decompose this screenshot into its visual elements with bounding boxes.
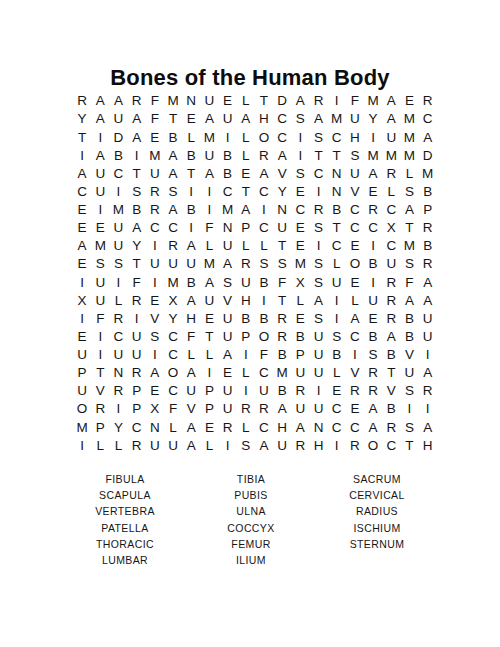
word-list-item: PUBIS: [188, 487, 314, 503]
word-list-item: CERVICAL: [314, 487, 440, 503]
grid-cell-r11c19: F: [400, 273, 418, 291]
grid-cell-r12c13: L: [291, 291, 309, 309]
grid-cell-r6c2: U: [91, 183, 109, 201]
grid-cell-r5c7: T: [182, 165, 200, 183]
grid-cell-r13c8: E: [200, 310, 218, 328]
grid-cell-r19c3: Y: [109, 418, 127, 436]
grid-cell-r18c20: I: [419, 400, 437, 418]
grid-cell-r8c10: P: [237, 219, 255, 237]
grid-cell-r1c19: E: [400, 92, 418, 110]
grid-cell-r4c12: A: [273, 146, 291, 164]
grid-cell-r13c15: I: [328, 310, 346, 328]
grid-cell-r20c19: T: [400, 436, 418, 454]
grid-cell-r20c10: S: [237, 436, 255, 454]
grid-cell-r7c19: A: [400, 201, 418, 219]
grid-cell-r11c16: E: [346, 273, 364, 291]
grid-cell-r17c8: P: [200, 382, 218, 400]
grid-cell-r1c14: R: [309, 92, 327, 110]
grid-cell-r13c17: E: [364, 310, 382, 328]
grid-cell-r10c10: R: [237, 255, 255, 273]
grid-cell-r15c20: I: [419, 346, 437, 364]
grid-cell-r17c18: V: [382, 382, 400, 400]
grid-cell-r9c20: B: [419, 237, 437, 255]
grid-cell-r20c9: I: [219, 436, 237, 454]
grid-cell-r12c2: U: [91, 291, 109, 309]
grid-cell-r9c9: U: [219, 237, 237, 255]
grid-cell-r16c19: U: [400, 364, 418, 382]
grid-cell-r11c2: U: [91, 273, 109, 291]
word-list-item: SACRUM: [314, 471, 440, 487]
grid-cell-r7c12: N: [273, 201, 291, 219]
grid-cell-r7c10: A: [237, 201, 255, 219]
grid-cell-r6c7: I: [182, 183, 200, 201]
grid-cell-r2c13: S: [291, 110, 309, 128]
grid-cell-r1c20: R: [419, 92, 437, 110]
grid-cell-r14c13: B: [291, 328, 309, 346]
grid-cell-r14c5: S: [146, 328, 164, 346]
grid-cell-r20c12: U: [273, 436, 291, 454]
grid-cell-r5c2: U: [91, 165, 109, 183]
grid-cell-r1c11: T: [255, 92, 273, 110]
grid-cell-r3c17: I: [364, 128, 382, 146]
grid-cell-r11c9: S: [219, 273, 237, 291]
grid-cell-r5c14: C: [309, 165, 327, 183]
grid-cell-r13c18: R: [382, 310, 400, 328]
grid-cell-r2c19: M: [400, 110, 418, 128]
grid-cell-r17c17: R: [364, 382, 382, 400]
grid-cell-r6c1: C: [73, 183, 91, 201]
grid-cell-r19c12: H: [273, 418, 291, 436]
grid-cell-r14c20: U: [419, 328, 437, 346]
word-list-item: SCAPULA: [62, 487, 188, 503]
grid-cell-r6c5: R: [146, 183, 164, 201]
grid-cell-r18c18: B: [382, 400, 400, 418]
grid-cell-r3c5: E: [146, 128, 164, 146]
grid-cell-r20c20: H: [419, 436, 437, 454]
grid-cell-r9c12: T: [273, 237, 291, 255]
grid-cell-r14c15: S: [328, 328, 346, 346]
grid-cell-r5c10: E: [237, 165, 255, 183]
grid-cell-r8c1: E: [73, 219, 91, 237]
grid-cell-r11c12: F: [273, 273, 291, 291]
grid-cell-r6c11: C: [255, 183, 273, 201]
grid-cell-r14c12: R: [273, 328, 291, 346]
grid-cell-r3c2: I: [91, 128, 109, 146]
grid-cell-r2c18: A: [382, 110, 400, 128]
grid-cell-r6c9: C: [219, 183, 237, 201]
grid-cell-r15c19: V: [400, 346, 418, 364]
grid-cell-r6c3: I: [109, 183, 127, 201]
grid-cell-r3c11: O: [255, 128, 273, 146]
grid-cell-r2c7: E: [182, 110, 200, 128]
grid-cell-r5c17: A: [364, 165, 382, 183]
grid-cell-r18c17: A: [364, 400, 382, 418]
grid-cell-r6c18: L: [382, 183, 400, 201]
grid-cell-r5c18: R: [382, 165, 400, 183]
grid-cell-r5c6: A: [164, 165, 182, 183]
grid-cell-r15c11: F: [255, 346, 273, 364]
grid-cell-r6c17: E: [364, 183, 382, 201]
grid-cell-r8c20: R: [419, 219, 437, 237]
grid-cell-r1c17: M: [364, 92, 382, 110]
grid-cell-r4c14: T: [309, 146, 327, 164]
grid-cell-r3c4: A: [128, 128, 146, 146]
word-list-item: ILIUM: [188, 552, 314, 568]
grid-cell-r11c11: B: [255, 273, 273, 291]
grid-cell-r19c18: R: [382, 418, 400, 436]
grid-cell-r11c1: I: [73, 273, 91, 291]
grid-cell-r5c8: A: [200, 165, 218, 183]
grid-cell-r3c7: L: [182, 128, 200, 146]
grid-cell-r14c3: C: [109, 328, 127, 346]
grid-cell-r17c19: S: [400, 382, 418, 400]
word-list-column-3: SACRUMCERVICALRADIUSISCHIUMSTERNUM: [314, 471, 440, 568]
grid-cell-r10c9: A: [219, 255, 237, 273]
grid-cell-r2c20: C: [419, 110, 437, 128]
grid-cell-r19c6: L: [164, 418, 182, 436]
grid-cell-r17c16: R: [346, 382, 364, 400]
grid-cell-r8c17: C: [364, 219, 382, 237]
grid-cell-r4c18: M: [382, 146, 400, 164]
grid-cell-r20c18: C: [382, 436, 400, 454]
grid-cell-r12c4: R: [128, 291, 146, 309]
grid-cell-r8c4: A: [128, 219, 146, 237]
grid-cell-r2c15: M: [328, 110, 346, 128]
grid-cell-r17c3: R: [109, 382, 127, 400]
grid-cell-r2c8: A: [200, 110, 218, 128]
grid-cell-r3c6: B: [164, 128, 182, 146]
grid-cell-r20c15: I: [328, 436, 346, 454]
grid-cell-r6c6: S: [164, 183, 182, 201]
grid-cell-r8c5: C: [146, 219, 164, 237]
grid-cell-r16c15: L: [328, 364, 346, 382]
grid-cell-r8c18: X: [382, 219, 400, 237]
grid-cell-r8c2: E: [91, 219, 109, 237]
grid-cell-r19c2: P: [91, 418, 109, 436]
grid-cell-r1c15: I: [328, 92, 346, 110]
grid-cell-r4c1: I: [73, 146, 91, 164]
grid-cell-r19c10: L: [237, 418, 255, 436]
grid-cell-r20c16: R: [346, 436, 364, 454]
grid-cell-r11c20: A: [419, 273, 437, 291]
grid-cell-r2c4: A: [128, 110, 146, 128]
grid-cell-r17c7: U: [182, 382, 200, 400]
grid-cell-r15c4: U: [128, 346, 146, 364]
grid-cell-r7c11: I: [255, 201, 273, 219]
word-list-item: ULNA: [188, 503, 314, 519]
grid-cell-r15c18: B: [382, 346, 400, 364]
grid-cell-r7c15: B: [328, 201, 346, 219]
grid-cell-r13c4: I: [128, 310, 146, 328]
grid-cell-r19c8: E: [200, 418, 218, 436]
grid-cell-r18c9: U: [219, 400, 237, 418]
grid-cell-r2c14: A: [309, 110, 327, 128]
grid-cell-r15c16: I: [346, 346, 364, 364]
grid-cell-r4c9: B: [219, 146, 237, 164]
grid-cell-r2c12: C: [273, 110, 291, 128]
grid-cell-r16c17: R: [364, 364, 382, 382]
grid-cell-r16c2: T: [91, 364, 109, 382]
grid-cell-r11c4: F: [128, 273, 146, 291]
grid-cell-r3c20: A: [419, 128, 437, 146]
grid-cell-r16c14: U: [309, 364, 327, 382]
grid-cell-r1c13: A: [291, 92, 309, 110]
grid-cell-r2c11: H: [255, 110, 273, 128]
grid-cell-r11c3: I: [109, 273, 127, 291]
grid-cell-r3c9: I: [219, 128, 237, 146]
word-list-item: FEMUR: [188, 536, 314, 552]
grid-cell-r13c20: U: [419, 310, 437, 328]
grid-cell-r19c15: C: [328, 418, 346, 436]
grid-cell-r14c7: F: [182, 328, 200, 346]
grid-cell-r13c10: B: [237, 310, 255, 328]
word-list-column-1: FIBULASCAPULAVERTEBRAPATELLATHORACICLUMB…: [62, 471, 188, 568]
grid-cell-r16c9: E: [219, 364, 237, 382]
grid-cell-r18c2: R: [91, 400, 109, 418]
grid-cell-r5c16: U: [346, 165, 364, 183]
grid-cell-r9c4: Y: [128, 237, 146, 255]
grid-cell-r10c8: M: [200, 255, 218, 273]
grid-cell-r19c19: S: [400, 418, 418, 436]
grid-cell-r12c16: L: [346, 291, 364, 309]
grid-cell-r14c19: B: [400, 328, 418, 346]
grid-cell-r13c2: F: [91, 310, 109, 328]
grid-cell-r1c12: D: [273, 92, 291, 110]
grid-cell-r14c17: B: [364, 328, 382, 346]
grid-cell-r16c3: N: [109, 364, 127, 382]
grid-cell-r10c11: S: [255, 255, 273, 273]
grid-cell-r18c3: I: [109, 400, 127, 418]
grid-cell-r16c20: A: [419, 364, 437, 382]
grid-cell-r19c16: C: [346, 418, 364, 436]
grid-cell-r6c14: I: [309, 183, 327, 201]
grid-cell-r18c13: U: [291, 400, 309, 418]
grid-cell-r7c17: R: [364, 201, 382, 219]
grid-cell-r4c2: A: [91, 146, 109, 164]
grid-cell-r16c13: U: [291, 364, 309, 382]
grid-cell-r20c3: L: [109, 436, 127, 454]
grid-cell-r8c3: U: [109, 219, 127, 237]
grid-cell-r4c6: A: [164, 146, 182, 164]
grid-cell-r9c15: C: [328, 237, 346, 255]
grid-cell-r15c10: I: [237, 346, 255, 364]
grid-cell-r7c9: M: [219, 201, 237, 219]
grid-cell-r15c12: B: [273, 346, 291, 364]
grid-cell-r11c5: I: [146, 273, 164, 291]
grid-cell-r12c14: A: [309, 291, 327, 309]
grid-cell-r17c9: U: [219, 382, 237, 400]
grid-cell-r5c3: C: [109, 165, 127, 183]
grid-cell-r2c2: A: [91, 110, 109, 128]
grid-cell-r12c5: E: [146, 291, 164, 309]
grid-cell-r8c7: I: [182, 219, 200, 237]
grid-cell-r10c17: B: [364, 255, 382, 273]
grid-cell-r9c1: A: [73, 237, 91, 255]
grid-cell-r10c20: R: [419, 255, 437, 273]
grid-cell-r5c19: L: [400, 165, 418, 183]
grid-cell-r9c19: M: [400, 237, 418, 255]
word-list-item: LUMBAR: [62, 552, 188, 568]
grid-cell-r15c6: C: [164, 346, 182, 364]
grid-cell-r15c17: S: [364, 346, 382, 364]
grid-cell-r12c17: U: [364, 291, 382, 309]
grid-cell-r7c20: P: [419, 201, 437, 219]
grid-cell-r16c7: A: [182, 364, 200, 382]
grid-cell-r9c17: I: [364, 237, 382, 255]
grid-cell-r17c10: I: [237, 382, 255, 400]
grid-cell-r2c10: A: [237, 110, 255, 128]
grid-cell-r6c16: V: [346, 183, 364, 201]
grid-cell-r17c6: C: [164, 382, 182, 400]
grid-cell-r10c3: S: [109, 255, 127, 273]
grid-cell-r10c19: S: [400, 255, 418, 273]
grid-cell-r12c7: A: [182, 291, 200, 309]
grid-cell-r9c10: L: [237, 237, 255, 255]
grid-cell-r19c5: N: [146, 418, 164, 436]
grid-cell-r10c6: U: [164, 255, 182, 273]
grid-cell-r7c3: M: [109, 201, 127, 219]
grid-cell-r16c4: R: [128, 364, 146, 382]
grid-cell-r20c14: H: [309, 436, 327, 454]
grid-cell-r14c9: U: [219, 328, 237, 346]
grid-cell-r11c15: U: [328, 273, 346, 291]
grid-cell-r4c11: R: [255, 146, 273, 164]
grid-cell-r13c3: R: [109, 310, 127, 328]
grid-cell-r10c7: U: [182, 255, 200, 273]
grid-cell-r2c6: T: [164, 110, 182, 128]
grid-cell-r18c12: A: [273, 400, 291, 418]
grid-cell-r11c8: A: [200, 273, 218, 291]
grid-cell-r8c19: T: [400, 219, 418, 237]
grid-cell-r14c10: P: [237, 328, 255, 346]
grid-cell-r10c13: M: [291, 255, 309, 273]
grid-cell-r14c18: A: [382, 328, 400, 346]
grid-cell-r20c2: L: [91, 436, 109, 454]
puzzle-title: Bones of the Human Body: [0, 65, 500, 91]
grid-cell-r12c9: V: [219, 291, 237, 309]
grid-cell-r16c18: T: [382, 364, 400, 382]
grid-cell-r12c6: X: [164, 291, 182, 309]
grid-cell-r18c4: P: [128, 400, 146, 418]
grid-cell-r3c15: C: [328, 128, 346, 146]
grid-cell-r15c1: U: [73, 346, 91, 364]
grid-cell-r2c16: U: [346, 110, 364, 128]
grid-cell-r11c18: R: [382, 273, 400, 291]
word-list-item: PATELLA: [62, 520, 188, 536]
grid-cell-r9c5: I: [146, 237, 164, 255]
grid-cell-r15c9: A: [219, 346, 237, 364]
grid-cell-r7c8: I: [200, 201, 218, 219]
grid-cell-r6c8: I: [200, 183, 218, 201]
grid-cell-r10c2: S: [91, 255, 109, 273]
grid-cell-r19c20: A: [419, 418, 437, 436]
wordsearch-grid: RAARFMNUELTDARIFMAERYAUAFTEAUAHCSAMUYAMC…: [73, 92, 437, 455]
grid-cell-r3c13: I: [291, 128, 309, 146]
grid-cell-r12c20: A: [419, 291, 437, 309]
grid-cell-r3c8: M: [200, 128, 218, 146]
grid-cell-r8c9: N: [219, 219, 237, 237]
grid-cell-r1c8: U: [200, 92, 218, 110]
grid-cell-r1c3: A: [109, 92, 127, 110]
word-list-item: THORACIC: [62, 536, 188, 552]
grid-cell-r18c8: P: [200, 400, 218, 418]
grid-cell-r13c19: B: [400, 310, 418, 328]
grid-cell-r18c19: I: [400, 400, 418, 418]
grid-cell-r1c18: A: [382, 92, 400, 110]
grid-cell-r14c16: C: [346, 328, 364, 346]
grid-cell-r4c20: D: [419, 146, 437, 164]
grid-cell-r4c16: S: [346, 146, 364, 164]
grid-cell-r9c16: E: [346, 237, 364, 255]
grid-cell-r19c7: A: [182, 418, 200, 436]
grid-cell-r5c13: S: [291, 165, 309, 183]
grid-cell-r3c19: M: [400, 128, 418, 146]
grid-cell-r20c4: R: [128, 436, 146, 454]
grid-cell-r4c4: I: [128, 146, 146, 164]
grid-cell-r8c13: E: [291, 219, 309, 237]
grid-cell-r12c8: U: [200, 291, 218, 309]
word-list: FIBULASCAPULAVERTEBRAPATELLATHORACICLUMB…: [62, 471, 440, 568]
grid-cell-r8c14: S: [309, 219, 327, 237]
grid-cell-r16c12: M: [273, 364, 291, 382]
grid-cell-r3c1: T: [73, 128, 91, 146]
grid-cell-r1c4: R: [128, 92, 146, 110]
grid-cell-r19c13: A: [291, 418, 309, 436]
grid-cell-r8c16: C: [346, 219, 364, 237]
grid-cell-r12c18: R: [382, 291, 400, 309]
grid-cell-r17c5: E: [146, 382, 164, 400]
grid-cell-r1c9: E: [219, 92, 237, 110]
grid-cell-r19c14: N: [309, 418, 327, 436]
grid-cell-r7c16: C: [346, 201, 364, 219]
grid-cell-r12c11: I: [255, 291, 273, 309]
grid-cell-r2c3: U: [109, 110, 127, 128]
grid-cell-r7c5: R: [146, 201, 164, 219]
grid-cell-r15c15: B: [328, 346, 346, 364]
grid-cell-r19c1: M: [73, 418, 91, 436]
worksheet-page: Bones of the Human Body RAARFMNUELTDARIF…: [0, 0, 500, 647]
grid-cell-r15c13: P: [291, 346, 309, 364]
grid-cell-r9c18: C: [382, 237, 400, 255]
grid-cell-r5c4: T: [128, 165, 146, 183]
grid-cell-r10c4: T: [128, 255, 146, 273]
grid-cell-r10c16: O: [346, 255, 364, 273]
grid-cell-r14c2: I: [91, 328, 109, 346]
grid-cell-r9c13: E: [291, 237, 309, 255]
grid-cell-r8c15: T: [328, 219, 346, 237]
grid-cell-r4c8: U: [200, 146, 218, 164]
grid-cell-r18c7: V: [182, 400, 200, 418]
grid-cell-r9c3: U: [109, 237, 127, 255]
grid-cell-r18c15: C: [328, 400, 346, 418]
grid-cell-r6c15: N: [328, 183, 346, 201]
grid-cell-r17c11: U: [255, 382, 273, 400]
grid-cell-r19c17: A: [364, 418, 382, 436]
grid-cell-r13c1: I: [73, 310, 91, 328]
grid-cell-r6c20: B: [419, 183, 437, 201]
grid-cell-r6c19: S: [400, 183, 418, 201]
word-list-item: RADIUS: [314, 503, 440, 519]
grid-cell-r15c7: L: [182, 346, 200, 364]
grid-cell-r7c18: C: [382, 201, 400, 219]
grid-cell-r12c12: T: [273, 291, 291, 309]
grid-cell-r4c5: M: [146, 146, 164, 164]
grid-cell-r2c9: U: [219, 110, 237, 128]
grid-cell-r4c19: M: [400, 146, 418, 164]
grid-cell-r7c14: R: [309, 201, 327, 219]
grid-cell-r18c10: R: [237, 400, 255, 418]
grid-cell-r1c1: R: [73, 92, 91, 110]
